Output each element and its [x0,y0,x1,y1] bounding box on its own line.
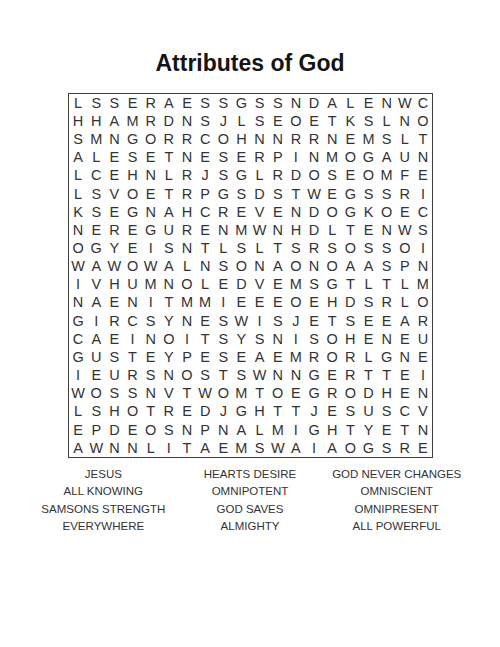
grid-cell[interactable]: Y [232,330,250,348]
grid-cell[interactable]: E [123,421,141,439]
grid-cell[interactable]: G [323,275,341,293]
grid-cell[interactable]: E [105,167,123,185]
grid-cell[interactable]: E [87,366,105,384]
grid-cell[interactable]: N [142,330,160,348]
grid-cell[interactable]: M [287,275,305,293]
grid-cell[interactable]: D [105,421,123,439]
grid-cell[interactable]: N [414,257,432,275]
grid-cell[interactable]: N [160,366,178,384]
grid-cell[interactable]: C [87,167,105,185]
grid-cell[interactable]: V [105,185,123,203]
grid-cell[interactable]: T [214,366,232,384]
grid-cell[interactable]: G [69,312,87,330]
grid-cell[interactable]: E [105,330,123,348]
grid-cell[interactable]: W [196,384,214,402]
grid-cell[interactable]: K [341,112,359,130]
grid-cell[interactable]: S [232,366,250,384]
grid-cell[interactable]: G [232,403,250,421]
grid-cell[interactable]: S [105,348,123,366]
grid-cell[interactable]: O [341,148,359,166]
grid-cell[interactable]: H [178,203,196,221]
grid-cell[interactable]: T [396,421,414,439]
grid-cell[interactable]: K [359,203,377,221]
grid-cell[interactable]: M [196,294,214,312]
grid-cell[interactable]: I [305,439,323,457]
grid-cell[interactable]: E [87,221,105,239]
grid-cell[interactable]: L [250,239,268,257]
grid-cell[interactable]: T [178,439,196,457]
grid-cell[interactable]: G [87,239,105,257]
grid-cell[interactable]: L [214,239,232,257]
grid-cell[interactable]: S [378,185,396,203]
grid-cell[interactable]: N [287,366,305,384]
grid-cell[interactable]: O [414,112,432,130]
grid-cell[interactable]: L [359,275,377,293]
grid-cell[interactable]: W [396,94,414,112]
grid-cell[interactable]: M [232,384,250,402]
grid-cell[interactable]: S [196,366,214,384]
grid-cell[interactable]: O [232,257,250,275]
grid-cell[interactable]: O [378,203,396,221]
grid-cell[interactable]: C [396,403,414,421]
grid-cell[interactable]: A [160,94,178,112]
grid-cell[interactable]: I [414,239,432,257]
grid-cell[interactable]: A [69,439,87,457]
grid-cell[interactable]: E [359,330,377,348]
grid-cell[interactable]: S [250,330,268,348]
grid-cell[interactable]: E [305,312,323,330]
grid-cell[interactable]: L [178,257,196,275]
grid-cell[interactable]: G [359,439,377,457]
grid-cell[interactable]: C [196,203,214,221]
grid-cell[interactable]: I [287,148,305,166]
grid-cell[interactable]: E [178,94,196,112]
grid-cell[interactable]: O [341,239,359,257]
grid-cell[interactable]: O [269,384,287,402]
grid-cell[interactable]: T [178,384,196,402]
grid-cell[interactable]: T [196,239,214,257]
grid-cell[interactable]: E [196,221,214,239]
grid-cell[interactable]: O [142,421,160,439]
grid-cell[interactable]: E [378,312,396,330]
grid-cell[interactable]: S [378,239,396,257]
grid-cell[interactable]: O [178,275,196,293]
grid-cell[interactable]: G [123,203,141,221]
grid-cell[interactable]: R [396,439,414,457]
grid-cell[interactable]: N [214,421,232,439]
grid-cell[interactable]: R [178,130,196,148]
grid-cell[interactable]: E [323,185,341,203]
grid-cell[interactable]: I [178,330,196,348]
grid-cell[interactable]: R [123,366,141,384]
grid-cell[interactable]: E [269,294,287,312]
grid-cell[interactable]: O [323,203,341,221]
grid-cell[interactable]: O [287,257,305,275]
grid-cell[interactable]: U [87,348,105,366]
grid-cell[interactable]: U [105,366,123,384]
grid-cell[interactable]: S [87,94,105,112]
grid-cell[interactable]: R [105,312,123,330]
grid-cell[interactable]: R [287,130,305,148]
grid-cell[interactable]: A [323,439,341,457]
grid-cell[interactable]: T [269,403,287,421]
grid-cell[interactable]: P [196,185,214,203]
grid-cell[interactable]: E [414,167,432,185]
grid-cell[interactable]: R [178,185,196,203]
grid-cell[interactable]: T [269,239,287,257]
grid-cell[interactable]: M [87,130,105,148]
grid-cell[interactable]: M [323,148,341,166]
grid-cell[interactable]: E [123,239,141,257]
grid-cell[interactable]: E [250,294,268,312]
grid-cell[interactable]: S [160,239,178,257]
grid-cell[interactable]: E [142,348,160,366]
grid-cell[interactable]: E [232,148,250,166]
grid-cell[interactable]: R [341,348,359,366]
grid-cell[interactable]: I [69,366,87,384]
grid-cell[interactable]: S [305,330,323,348]
grid-cell[interactable]: W [305,185,323,203]
grid-cell[interactable]: O [287,294,305,312]
grid-cell[interactable]: G [305,384,323,402]
grid-cell[interactable]: H [87,112,105,130]
grid-cell[interactable]: O [359,167,377,185]
grid-cell[interactable]: R [305,130,323,148]
grid-cell[interactable]: W [105,257,123,275]
grid-cell[interactable]: I [214,294,232,312]
grid-cell[interactable]: N [250,130,268,148]
grid-cell[interactable]: S [250,112,268,130]
grid-cell[interactable]: S [250,94,268,112]
grid-cell[interactable]: S [414,221,432,239]
grid-cell[interactable]: E [142,148,160,166]
grid-cell[interactable]: S [323,167,341,185]
grid-cell[interactable]: L [250,421,268,439]
grid-cell[interactable]: N [378,330,396,348]
grid-cell[interactable]: N [105,439,123,457]
grid-cell[interactable]: S [359,112,377,130]
grid-cell[interactable]: E [269,348,287,366]
grid-cell[interactable]: T [323,112,341,130]
grid-cell[interactable]: G [69,348,87,366]
grid-cell[interactable]: H [105,275,123,293]
grid-cell[interactable]: W [142,257,160,275]
grid-cell[interactable]: N [178,148,196,166]
grid-cell[interactable]: S [87,203,105,221]
grid-cell[interactable]: G [378,348,396,366]
grid-cell[interactable]: I [287,421,305,439]
grid-cell[interactable]: R [269,167,287,185]
grid-cell[interactable]: O [305,167,323,185]
grid-cell[interactable]: A [105,112,123,130]
grid-cell[interactable]: A [196,439,214,457]
grid-cell[interactable]: O [123,403,141,421]
grid-cell[interactable]: I [87,312,105,330]
grid-cell[interactable]: I [142,239,160,257]
grid-cell[interactable]: T [160,148,178,166]
grid-cell[interactable]: V [414,403,432,421]
grid-cell[interactable]: V [160,384,178,402]
grid-cell[interactable]: E [269,203,287,221]
grid-cell[interactable]: L [341,94,359,112]
grid-cell[interactable]: S [341,312,359,330]
grid-cell[interactable]: E [123,94,141,112]
grid-cell[interactable]: P [396,257,414,275]
grid-cell[interactable]: T [341,221,359,239]
grid-cell[interactable]: E [323,366,341,384]
grid-cell[interactable]: J [214,112,232,130]
grid-cell[interactable]: D [359,384,377,402]
grid-cell[interactable]: G [142,221,160,239]
grid-cell[interactable]: E [396,366,414,384]
grid-cell[interactable]: L [396,130,414,148]
grid-cell[interactable]: S [87,185,105,203]
grid-cell[interactable]: Y [160,312,178,330]
grid-cell[interactable]: S [269,185,287,203]
grid-cell[interactable]: N [378,94,396,112]
grid-cell[interactable]: M [232,221,250,239]
grid-cell[interactable]: I [414,185,432,203]
grid-cell[interactable]: J [287,312,305,330]
grid-cell[interactable]: O [287,112,305,130]
grid-cell[interactable]: R [142,94,160,112]
grid-cell[interactable]: N [142,167,160,185]
grid-cell[interactable]: S [214,148,232,166]
grid-cell[interactable]: T [142,403,160,421]
grid-cell[interactable]: E [214,439,232,457]
grid-cell[interactable]: H [69,112,87,130]
grid-cell[interactable]: N [250,257,268,275]
grid-cell[interactable]: S [123,148,141,166]
grid-cell[interactable]: S [196,94,214,112]
grid-cell[interactable]: O [69,239,87,257]
grid-cell[interactable]: A [87,294,105,312]
grid-cell[interactable]: H [105,403,123,421]
grid-cell[interactable]: N [396,348,414,366]
grid-cell[interactable]: C [414,94,432,112]
grid-cell[interactable]: N [123,294,141,312]
grid-cell[interactable]: U [414,330,432,348]
grid-cell[interactable]: W [69,384,87,402]
grid-cell[interactable]: E [105,294,123,312]
grid-cell[interactable]: R [178,221,196,239]
grid-cell[interactable]: I [123,330,141,348]
grid-cell[interactable]: E [323,403,341,421]
grid-cell[interactable]: S [232,239,250,257]
grid-cell[interactable]: M [414,275,432,293]
grid-cell[interactable]: A [396,312,414,330]
grid-cell[interactable]: E [123,221,141,239]
grid-cell[interactable]: E [396,203,414,221]
grid-cell[interactable]: W [396,221,414,239]
grid-cell[interactable]: R [305,348,323,366]
grid-cell[interactable]: S [87,403,105,421]
grid-cell[interactable]: M [378,167,396,185]
grid-cell[interactable]: D [196,403,214,421]
grid-cell[interactable]: E [305,294,323,312]
grid-cell[interactable]: M [123,112,141,130]
grid-cell[interactable]: N [160,275,178,293]
grid-cell[interactable]: S [378,403,396,421]
grid-cell[interactable]: L [232,112,250,130]
grid-cell[interactable]: S [160,421,178,439]
grid-cell[interactable]: E [196,348,214,366]
grid-cell[interactable]: N [269,366,287,384]
grid-cell[interactable]: O [214,130,232,148]
grid-cell[interactable]: A [87,330,105,348]
grid-cell[interactable]: E [178,403,196,421]
grid-cell[interactable]: R [105,221,123,239]
grid-cell[interactable]: L [87,148,105,166]
grid-cell[interactable]: E [232,294,250,312]
grid-cell[interactable]: S [105,384,123,402]
grid-cell[interactable]: G [232,94,250,112]
grid-cell[interactable]: N [123,439,141,457]
grid-cell[interactable]: W [232,312,250,330]
grid-cell[interactable]: S [123,384,141,402]
grid-cell[interactable]: E [232,203,250,221]
grid-cell[interactable]: D [250,185,268,203]
grid-cell[interactable]: E [359,94,377,112]
grid-cell[interactable]: A [232,421,250,439]
grid-cell[interactable]: N [178,312,196,330]
grid-cell[interactable]: S [214,330,232,348]
grid-cell[interactable]: N [178,112,196,130]
grid-cell[interactable]: E [232,348,250,366]
grid-cell[interactable]: E [396,330,414,348]
grid-cell[interactable]: M [178,294,196,312]
grid-cell[interactable]: T [341,421,359,439]
grid-cell[interactable]: N [323,130,341,148]
grid-cell[interactable]: H [341,330,359,348]
grid-cell[interactable]: N [305,257,323,275]
grid-cell[interactable]: N [396,112,414,130]
grid-cell[interactable]: J [196,167,214,185]
grid-cell[interactable]: S [341,403,359,421]
grid-cell[interactable]: N [378,221,396,239]
grid-cell[interactable]: O [323,257,341,275]
grid-cell[interactable]: E [341,130,359,148]
grid-cell[interactable]: C [69,330,87,348]
grid-cell[interactable]: E [142,185,160,203]
grid-cell[interactable]: L [378,112,396,130]
grid-cell[interactable]: I [142,294,160,312]
grid-cell[interactable]: A [87,257,105,275]
grid-cell[interactable]: A [359,257,377,275]
grid-cell[interactable]: H [232,130,250,148]
grid-cell[interactable]: U [123,275,141,293]
grid-cell[interactable]: S [232,185,250,203]
grid-cell[interactable]: O [142,130,160,148]
grid-cell[interactable]: D [341,294,359,312]
grid-cell[interactable]: R [142,112,160,130]
grid-cell[interactable]: N [142,384,160,402]
grid-cell[interactable]: E [396,384,414,402]
grid-cell[interactable]: N [414,384,432,402]
grid-cell[interactable]: S [359,294,377,312]
grid-cell[interactable]: E [196,148,214,166]
grid-cell[interactable]: O [123,185,141,203]
grid-cell[interactable]: N [214,221,232,239]
grid-cell[interactable]: J [214,403,232,421]
grid-cell[interactable]: E [378,421,396,439]
grid-cell[interactable]: N [305,148,323,166]
grid-cell[interactable]: N [69,294,87,312]
grid-cell[interactable]: O [214,384,232,402]
grid-cell[interactable]: O [323,330,341,348]
grid-cell[interactable]: H [123,167,141,185]
grid-cell[interactable]: N [414,421,432,439]
grid-cell[interactable]: S [214,257,232,275]
grid-cell[interactable]: R [214,203,232,221]
grid-cell[interactable]: E [359,221,377,239]
grid-cell[interactable]: R [160,403,178,421]
grid-cell[interactable]: P [196,421,214,439]
grid-cell[interactable]: S [214,348,232,366]
grid-cell[interactable]: F [396,167,414,185]
grid-cell[interactable]: S [323,239,341,257]
grid-cell[interactable]: C [123,312,141,330]
grid-cell[interactable]: V [250,203,268,221]
grid-cell[interactable]: S [142,366,160,384]
grid-cell[interactable]: O [87,384,105,402]
grid-cell[interactable]: C [196,130,214,148]
grid-cell[interactable]: R [323,384,341,402]
grid-cell[interactable]: S [250,439,268,457]
grid-cell[interactable]: G [341,203,359,221]
grid-cell[interactable]: I [250,312,268,330]
grid-cell[interactable]: G [305,421,323,439]
grid-cell[interactable]: C [414,203,432,221]
grid-cell[interactable]: O [341,439,359,457]
grid-cell[interactable]: H [287,221,305,239]
grid-cell[interactable]: S [359,185,377,203]
grid-cell[interactable]: U [359,403,377,421]
grid-cell[interactable]: E [287,384,305,402]
grid-cell[interactable]: R [178,167,196,185]
grid-cell[interactable]: S [214,94,232,112]
grid-cell[interactable]: I [69,275,87,293]
grid-cell[interactable]: N [69,221,87,239]
grid-cell[interactable]: W [250,221,268,239]
grid-cell[interactable]: L [69,94,87,112]
grid-cell[interactable]: S [214,167,232,185]
grid-cell[interactable]: T [160,294,178,312]
grid-cell[interactable]: T [196,330,214,348]
grid-cell[interactable]: S [269,312,287,330]
grid-cell[interactable]: A [160,257,178,275]
grid-cell[interactable]: E [269,275,287,293]
grid-cell[interactable]: T [160,185,178,203]
grid-cell[interactable]: E [341,167,359,185]
grid-cell[interactable]: S [105,94,123,112]
grid-cell[interactable]: H [250,403,268,421]
grid-cell[interactable]: N [196,257,214,275]
grid-cell[interactable]: R [160,130,178,148]
grid-cell[interactable]: M [287,348,305,366]
grid-cell[interactable]: G [305,366,323,384]
grid-cell[interactable]: S [69,130,87,148]
grid-cell[interactable]: A [269,257,287,275]
grid-cell[interactable]: E [196,312,214,330]
grid-cell[interactable]: L [359,348,377,366]
grid-cell[interactable]: I [160,439,178,457]
grid-cell[interactable]: L [69,403,87,421]
grid-cell[interactable]: T [378,275,396,293]
grid-cell[interactable]: N [269,330,287,348]
grid-cell[interactable]: L [142,439,160,457]
grid-cell[interactable]: O [323,348,341,366]
